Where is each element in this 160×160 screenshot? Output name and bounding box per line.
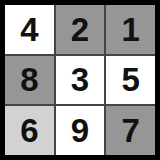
cell-r1c1[interactable]: 3 [56, 56, 105, 105]
cell-r2c0[interactable]: 6 [5, 106, 54, 155]
cell-r1c2[interactable]: 5 [106, 56, 155, 105]
puzzle-grid: 4 2 1 8 3 5 6 9 7 [5, 5, 155, 155]
cell-r2c1[interactable]: 9 [56, 106, 105, 155]
puzzle-board: 4 2 1 8 3 5 6 9 7 [0, 0, 160, 160]
cell-r1c0[interactable]: 8 [5, 56, 54, 105]
cell-r2c2[interactable]: 7 [106, 106, 155, 155]
cell-r0c1[interactable]: 2 [56, 5, 105, 54]
cell-r0c0[interactable]: 4 [5, 5, 54, 54]
cell-r0c2[interactable]: 1 [106, 5, 155, 54]
